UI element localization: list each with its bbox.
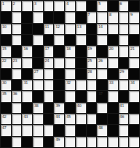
white-cell[interactable]: 43 [22, 114, 32, 124]
white-cell[interactable]: 48 [97, 125, 107, 135]
white-cell[interactable] [76, 137, 86, 147]
white-cell[interactable] [54, 58, 64, 68]
white-cell[interactable] [108, 58, 118, 68]
white-cell[interactable] [33, 35, 43, 45]
black-cell [1, 137, 11, 147]
clue-number: 49 [55, 137, 59, 142]
white-cell[interactable]: 21 [129, 46, 139, 56]
clue-number: 16 [23, 46, 27, 51]
black-cell [129, 35, 139, 45]
white-cell[interactable] [97, 137, 107, 147]
clue-number: 20 [109, 46, 113, 51]
white-cell[interactable] [33, 125, 43, 135]
white-cell[interactable]: 39 [54, 103, 64, 113]
white-cell[interactable]: 16 [22, 46, 32, 56]
black-cell [87, 125, 97, 135]
white-cell[interactable] [54, 1, 64, 11]
black-cell [108, 69, 118, 79]
white-cell[interactable]: 2 [12, 1, 22, 11]
clue-number: 48 [98, 125, 102, 130]
white-cell[interactable] [76, 1, 86, 11]
black-cell [76, 125, 86, 135]
clue-number: 5 [98, 1, 100, 6]
black-cell [1, 35, 11, 45]
white-cell[interactable] [65, 91, 75, 101]
black-cell [76, 46, 86, 56]
clue-number: 30 [2, 80, 6, 85]
black-cell [33, 24, 43, 34]
black-cell [22, 103, 32, 113]
white-cell[interactable] [119, 46, 129, 56]
white-cell[interactable]: 5 [97, 1, 107, 11]
black-cell [54, 80, 64, 90]
white-cell[interactable] [12, 35, 22, 45]
black-cell [44, 114, 54, 124]
white-cell[interactable] [12, 114, 22, 124]
white-cell[interactable]: 34 [129, 80, 139, 90]
white-cell[interactable] [12, 125, 22, 135]
black-cell [87, 1, 97, 11]
black-cell [97, 114, 107, 124]
white-cell[interactable]: 10 [1, 24, 11, 34]
white-cell[interactable] [44, 1, 54, 11]
white-cell[interactable] [108, 137, 118, 147]
white-cell[interactable] [129, 114, 139, 124]
black-cell [1, 69, 11, 79]
white-cell[interactable] [119, 137, 129, 147]
black-cell [108, 1, 118, 11]
white-cell[interactable]: 30 [1, 80, 11, 90]
white-cell[interactable]: 11 [44, 24, 54, 34]
clue-number: 24 [45, 58, 49, 63]
white-cell[interactable] [97, 12, 107, 22]
black-cell [44, 103, 54, 113]
white-cell[interactable] [87, 137, 97, 147]
clue-number: 7 [88, 12, 90, 17]
white-cell[interactable] [87, 91, 97, 101]
white-cell[interactable] [65, 137, 75, 147]
white-cell[interactable] [76, 35, 86, 45]
white-cell[interactable]: 41 [119, 103, 129, 113]
white-cell[interactable] [22, 58, 32, 68]
black-cell [54, 12, 64, 22]
white-cell[interactable] [33, 80, 43, 90]
white-cell[interactable] [12, 24, 22, 34]
clue-number: 12 [55, 24, 59, 29]
white-cell[interactable]: 17 [44, 46, 54, 56]
white-cell[interactable] [12, 69, 22, 79]
white-cell[interactable]: 31 [22, 80, 32, 90]
black-cell [22, 137, 32, 147]
white-cell[interactable] [44, 91, 54, 101]
black-cell [76, 12, 86, 22]
clue-number: 17 [45, 46, 49, 51]
white-cell[interactable] [97, 35, 107, 45]
clue-number: 39 [55, 103, 59, 108]
clue-number: 3 [34, 1, 36, 6]
black-cell [87, 24, 97, 34]
clue-number: 26 [98, 58, 102, 63]
white-cell[interactable]: 19 [87, 46, 97, 56]
white-cell[interactable] [12, 137, 22, 147]
clue-number: 6 [120, 1, 122, 6]
white-cell[interactable] [22, 91, 32, 101]
black-cell [22, 35, 32, 45]
white-cell[interactable] [12, 103, 22, 113]
white-cell[interactable] [54, 35, 64, 45]
white-cell[interactable] [44, 125, 54, 135]
clue-number: 8 [109, 12, 111, 17]
white-cell[interactable]: 18 [65, 46, 75, 56]
black-cell [33, 91, 43, 101]
white-cell[interactable]: 1 [1, 1, 11, 11]
black-cell [65, 103, 75, 113]
white-cell[interactable] [76, 80, 86, 90]
white-cell[interactable]: 23 [12, 58, 22, 68]
white-cell[interactable] [129, 91, 139, 101]
black-cell [54, 46, 64, 56]
white-cell[interactable] [108, 24, 118, 34]
white-cell[interactable] [65, 125, 75, 135]
white-cell[interactable] [33, 114, 43, 124]
black-cell [33, 58, 43, 68]
clue-number: 13 [77, 24, 81, 29]
black-cell [129, 103, 139, 113]
clue-number: 14 [98, 24, 102, 29]
white-cell[interactable] [129, 24, 139, 34]
white-cell[interactable] [44, 80, 54, 90]
white-cell[interactable]: 20 [108, 46, 118, 56]
clue-number: 27 [34, 69, 38, 74]
black-cell [76, 69, 86, 79]
black-cell [54, 125, 64, 135]
white-cell[interactable] [76, 114, 86, 124]
black-cell [129, 69, 139, 79]
white-cell[interactable]: 38 [33, 103, 43, 113]
black-cell [33, 46, 43, 56]
clue-number: 4 [66, 1, 68, 6]
clue-number: 40 [77, 103, 81, 108]
white-cell[interactable]: 24 [44, 58, 54, 68]
white-cell[interactable] [65, 24, 75, 34]
black-cell [119, 58, 129, 68]
black-cell [108, 103, 118, 113]
white-cell[interactable] [87, 114, 97, 124]
clue-number: 21 [130, 46, 134, 51]
white-cell[interactable]: 35 [1, 91, 11, 101]
white-cell[interactable]: 8 [108, 12, 118, 22]
black-cell [44, 35, 54, 45]
black-cell [97, 80, 107, 90]
white-cell[interactable]: 28 [87, 69, 97, 79]
white-cell[interactable]: 32 [65, 80, 75, 90]
clue-number: 37 [98, 91, 102, 96]
clue-number: 10 [2, 24, 6, 29]
black-cell [108, 114, 118, 124]
white-cell[interactable]: 3 [33, 1, 43, 11]
clue-number: 35 [2, 91, 6, 96]
black-cell [22, 24, 32, 34]
white-cell[interactable] [119, 35, 129, 45]
black-cell [129, 1, 139, 11]
white-cell[interactable] [119, 80, 129, 90]
clue-number: 15 [2, 46, 6, 51]
white-cell[interactable] [33, 137, 43, 147]
white-cell[interactable]: 46 [119, 114, 129, 124]
clue-number: 28 [88, 69, 92, 74]
clue-number: 42 [2, 114, 6, 119]
white-cell[interactable] [119, 12, 129, 22]
white-cell[interactable]: 13 [76, 24, 86, 34]
black-cell [87, 103, 97, 113]
clue-number: 19 [88, 46, 92, 51]
white-cell[interactable] [87, 80, 97, 90]
white-cell[interactable]: 22 [1, 58, 11, 68]
clue-number: 11 [45, 24, 49, 29]
clue-number: 29 [120, 69, 124, 74]
black-cell [22, 69, 32, 79]
black-cell [44, 137, 54, 147]
clue-number: 18 [66, 46, 70, 51]
white-cell[interactable]: 33 [108, 80, 118, 90]
clue-number: 9 [130, 12, 132, 17]
black-cell [108, 125, 118, 135]
white-cell[interactable] [65, 58, 75, 68]
white-cell[interactable] [12, 12, 22, 22]
white-cell[interactable]: 9 [129, 12, 139, 22]
white-cell[interactable]: 36 [12, 91, 22, 101]
clue-number: 1 [2, 1, 4, 6]
white-cell[interactable]: 7 [87, 12, 97, 22]
white-cell[interactable]: 40 [76, 103, 86, 113]
clue-number: 44 [55, 114, 59, 119]
black-cell [1, 12, 11, 22]
white-cell[interactable] [129, 58, 139, 68]
crossword-grid: 1234567891011121314151617181920212223242… [0, 0, 140, 148]
black-cell [76, 91, 86, 101]
white-cell[interactable]: 49 [54, 137, 64, 147]
clue-number: 25 [88, 58, 92, 63]
white-cell[interactable] [33, 12, 43, 22]
white-cell[interactable]: 4 [65, 1, 75, 11]
clue-number: 23 [13, 58, 17, 63]
black-cell [129, 125, 139, 135]
black-cell: 37 [97, 91, 107, 101]
black-cell [22, 12, 32, 22]
black-cell [65, 35, 75, 45]
white-cell[interactable] [129, 137, 139, 147]
white-cell[interactable]: 42 [1, 114, 11, 124]
black-cell [76, 58, 86, 68]
clue-number: 2 [13, 1, 15, 6]
white-cell[interactable]: 45 [65, 114, 75, 124]
white-cell[interactable]: 44 [54, 114, 64, 124]
white-cell[interactable]: 15 [1, 46, 11, 56]
clue-number: 38 [34, 103, 38, 108]
white-cell[interactable]: 29 [119, 69, 129, 79]
black-cell [108, 35, 118, 45]
white-cell[interactable]: 26 [97, 58, 107, 68]
black-cell [87, 35, 97, 45]
black-cell [12, 80, 22, 90]
white-cell[interactable] [108, 91, 118, 101]
white-cell[interactable] [22, 1, 32, 11]
white-cell[interactable]: 6 [119, 1, 129, 11]
white-cell[interactable] [44, 69, 54, 79]
black-cell [12, 46, 22, 56]
white-cell[interactable] [119, 125, 129, 135]
white-cell[interactable] [97, 103, 107, 113]
white-cell[interactable] [65, 12, 75, 22]
white-cell[interactable] [22, 125, 32, 135]
black-cell [97, 46, 107, 56]
clue-number: 43 [23, 114, 27, 119]
white-cell[interactable]: 25 [87, 58, 97, 68]
clue-number: 32 [66, 80, 70, 85]
black-cell [54, 91, 64, 101]
black-cell [119, 91, 129, 101]
clue-number: 34 [130, 80, 134, 85]
white-cell[interactable] [97, 69, 107, 79]
black-cell [44, 12, 54, 22]
white-cell[interactable]: 47 [1, 125, 11, 135]
clue-number: 36 [13, 91, 17, 96]
white-cell[interactable]: 14 [97, 24, 107, 34]
clue-number: 22 [2, 58, 6, 63]
black-cell [1, 103, 11, 113]
clue-number: 46 [120, 114, 124, 119]
white-cell[interactable]: 27 [33, 69, 43, 79]
clue-number: 41 [120, 103, 124, 108]
clue-number: 31 [23, 80, 27, 85]
clue-number: 47 [2, 125, 6, 130]
clue-number: 45 [66, 114, 70, 119]
white-cell[interactable] [119, 24, 129, 34]
clue-number: 33 [109, 80, 113, 85]
white-cell[interactable] [65, 69, 75, 79]
black-cell [54, 69, 64, 79]
white-cell[interactable]: 12 [54, 24, 64, 34]
